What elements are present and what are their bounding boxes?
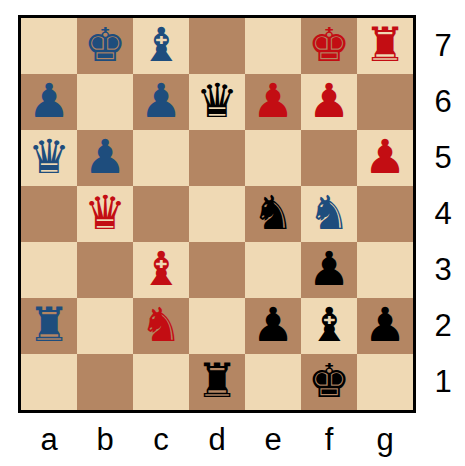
piece-red-pawn: ♟: [252, 77, 294, 124]
rank-label-5: 5: [424, 130, 462, 186]
square-d1[interactable]: ♜: [189, 354, 245, 410]
square-e4[interactable]: ♞: [245, 186, 301, 242]
piece-blue-king: ♚: [84, 21, 126, 68]
rank-labels: 7654321: [424, 18, 462, 410]
square-g2[interactable]: ♟: [357, 298, 413, 354]
square-c6[interactable]: ♟: [133, 74, 189, 130]
square-c3[interactable]: ♝: [133, 242, 189, 298]
file-label-b: b: [77, 420, 133, 462]
piece-blue-knight: ♞: [308, 189, 350, 236]
square-b6[interactable]: [77, 74, 133, 130]
square-a2[interactable]: ♜: [21, 298, 77, 354]
square-d6[interactable]: ♛: [189, 74, 245, 130]
chess-board: ♚♝♚♜♟♟♛♟♟♛♟♟♛♞♞♝♟♜♞♟♝♟♜♚: [18, 15, 416, 413]
square-d3[interactable]: [189, 242, 245, 298]
square-a5[interactable]: ♛: [21, 130, 77, 186]
square-f4[interactable]: ♞: [301, 186, 357, 242]
square-e3[interactable]: [245, 242, 301, 298]
square-b1[interactable]: [77, 354, 133, 410]
square-a7[interactable]: [21, 18, 77, 74]
square-e5[interactable]: [245, 130, 301, 186]
piece-red-rook: ♜: [364, 21, 406, 68]
square-f6[interactable]: ♟: [301, 74, 357, 130]
piece-black-bishop: ♝: [308, 301, 350, 348]
square-g1[interactable]: [357, 354, 413, 410]
piece-blue-pawn: ♟: [84, 133, 126, 180]
chess-diagram: ♚♝♚♜♟♟♛♟♟♛♟♟♛♞♞♝♟♜♞♟♝♟♜♚ abcdefg 7654321: [0, 0, 465, 466]
square-b5[interactable]: ♟: [77, 130, 133, 186]
file-label-a: a: [21, 420, 77, 462]
piece-black-pawn: ♟: [308, 245, 350, 292]
piece-red-king: ♚: [308, 21, 350, 68]
square-e6[interactable]: ♟: [245, 74, 301, 130]
square-c7[interactable]: ♝: [133, 18, 189, 74]
square-e7[interactable]: [245, 18, 301, 74]
piece-black-king: ♚: [308, 357, 350, 404]
file-label-g: g: [357, 420, 413, 462]
file-label-d: d: [189, 420, 245, 462]
square-f5[interactable]: [301, 130, 357, 186]
square-c2[interactable]: ♞: [133, 298, 189, 354]
square-a4[interactable]: [21, 186, 77, 242]
rank-label-4: 4: [424, 186, 462, 242]
square-b2[interactable]: [77, 298, 133, 354]
piece-blue-pawn: ♟: [140, 77, 182, 124]
piece-black-knight: ♞: [252, 189, 294, 236]
square-f2[interactable]: ♝: [301, 298, 357, 354]
piece-blue-bishop: ♝: [140, 21, 182, 68]
square-d7[interactable]: [189, 18, 245, 74]
rank-label-6: 6: [424, 74, 462, 130]
rank-label-7: 7: [424, 18, 462, 74]
square-b3[interactable]: [77, 242, 133, 298]
piece-red-queen: ♛: [84, 189, 126, 236]
square-f1[interactable]: ♚: [301, 354, 357, 410]
square-g5[interactable]: ♟: [357, 130, 413, 186]
rank-label-1: 1: [424, 354, 462, 410]
square-c5[interactable]: [133, 130, 189, 186]
square-c1[interactable]: [133, 354, 189, 410]
rank-label-2: 2: [424, 298, 462, 354]
piece-blue-rook: ♜: [28, 301, 70, 348]
piece-red-bishop: ♝: [140, 245, 182, 292]
square-g7[interactable]: ♜: [357, 18, 413, 74]
square-b7[interactable]: ♚: [77, 18, 133, 74]
file-label-c: c: [133, 420, 189, 462]
file-label-f: f: [301, 420, 357, 462]
square-d2[interactable]: [189, 298, 245, 354]
piece-blue-queen: ♛: [28, 133, 70, 180]
square-g3[interactable]: [357, 242, 413, 298]
piece-blue-pawn: ♟: [28, 77, 70, 124]
piece-black-pawn: ♟: [364, 301, 406, 348]
piece-black-pawn: ♟: [252, 301, 294, 348]
square-f3[interactable]: ♟: [301, 242, 357, 298]
square-a6[interactable]: ♟: [21, 74, 77, 130]
square-a3[interactable]: [21, 242, 77, 298]
square-d4[interactable]: [189, 186, 245, 242]
square-e2[interactable]: ♟: [245, 298, 301, 354]
piece-red-pawn: ♟: [364, 133, 406, 180]
piece-black-queen: ♛: [196, 77, 238, 124]
square-c4[interactable]: [133, 186, 189, 242]
square-d5[interactable]: [189, 130, 245, 186]
square-g6[interactable]: [357, 74, 413, 130]
file-labels: abcdefg: [21, 420, 413, 462]
piece-red-pawn: ♟: [308, 77, 350, 124]
rank-label-3: 3: [424, 242, 462, 298]
piece-red-knight: ♞: [140, 301, 182, 348]
square-g4[interactable]: [357, 186, 413, 242]
file-label-e: e: [245, 420, 301, 462]
square-e1[interactable]: [245, 354, 301, 410]
piece-black-rook: ♜: [196, 357, 238, 404]
square-a1[interactable]: [21, 354, 77, 410]
square-b4[interactable]: ♛: [77, 186, 133, 242]
square-f7[interactable]: ♚: [301, 18, 357, 74]
